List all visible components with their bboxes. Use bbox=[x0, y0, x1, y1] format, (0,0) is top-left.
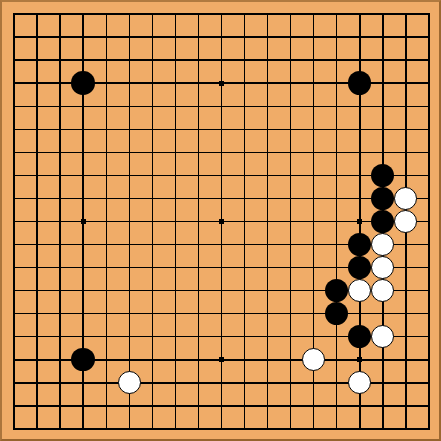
black-stone[interactable] bbox=[325, 279, 348, 302]
black-stone[interactable] bbox=[371, 187, 394, 210]
black-stone[interactable] bbox=[348, 71, 371, 94]
white-stone[interactable] bbox=[394, 187, 417, 210]
star-point bbox=[219, 81, 224, 86]
star-point bbox=[81, 219, 86, 224]
star-point bbox=[219, 357, 224, 362]
white-stone[interactable] bbox=[371, 233, 394, 256]
star-point bbox=[219, 219, 224, 224]
star-point bbox=[357, 357, 362, 362]
white-stone[interactable] bbox=[371, 325, 394, 348]
black-stone[interactable] bbox=[71, 71, 94, 94]
black-stone[interactable] bbox=[71, 348, 94, 371]
white-stone[interactable] bbox=[394, 210, 417, 233]
black-stone[interactable] bbox=[371, 210, 394, 233]
white-stone[interactable] bbox=[371, 256, 394, 279]
black-stone[interactable] bbox=[348, 256, 371, 279]
go-board[interactable] bbox=[0, 0, 441, 441]
star-point bbox=[357, 219, 362, 224]
black-stone[interactable] bbox=[348, 233, 371, 256]
stones-layer bbox=[2, 2, 440, 440]
black-stone[interactable] bbox=[325, 302, 348, 325]
black-stone[interactable] bbox=[348, 325, 371, 348]
white-stone[interactable] bbox=[348, 371, 371, 394]
white-stone[interactable] bbox=[118, 371, 141, 394]
black-stone[interactable] bbox=[371, 164, 394, 187]
white-stone[interactable] bbox=[371, 279, 394, 302]
white-stone[interactable] bbox=[302, 348, 325, 371]
white-stone[interactable] bbox=[348, 279, 371, 302]
